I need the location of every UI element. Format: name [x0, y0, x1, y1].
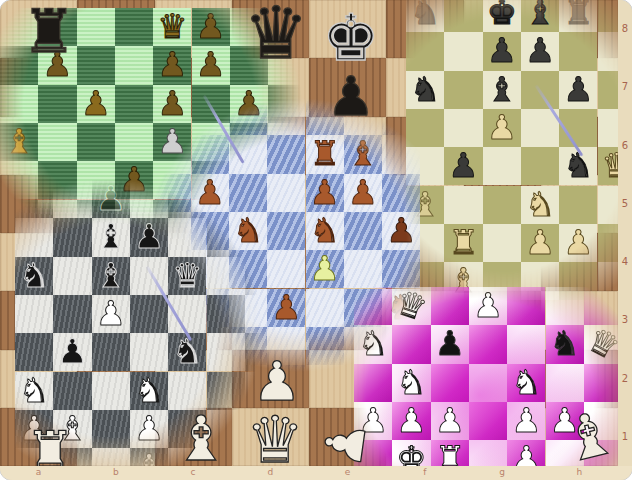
blue-board-square	[344, 97, 382, 135]
file-label: d	[262, 467, 278, 480]
blue-board-square	[114, 135, 152, 173]
gray-board-square	[92, 410, 130, 448]
gray-board-square	[130, 180, 168, 218]
file-labels-strip	[0, 466, 632, 480]
pink-board-square	[584, 325, 622, 363]
green-board-square	[0, 8, 38, 46]
pink-board-square	[469, 287, 507, 325]
gray-board-square	[130, 372, 168, 410]
file-label: a	[31, 467, 47, 480]
pink-theme-board: ♛♟♞♟♞♛♞♞♟♟♟♟♟♚♜♟	[354, 287, 632, 480]
blue-board-square	[382, 250, 420, 288]
olive-board-square	[483, 32, 521, 70]
pink-board-square	[431, 325, 469, 363]
blue-board-square	[344, 212, 382, 250]
pink-board-square	[584, 402, 622, 440]
rank-label: 6	[618, 140, 632, 151]
gray-board-square	[130, 333, 168, 371]
gray-board-square	[130, 410, 168, 448]
gray-board-square	[15, 333, 53, 371]
gray-board-square	[92, 333, 130, 371]
blue-board-square	[382, 97, 420, 135]
rank-label: 2	[618, 373, 632, 384]
olive-board-square	[521, 224, 559, 262]
olive-board-square	[483, 224, 521, 262]
screenshot-frame: ♛♟♟♟♟♟♟♟♝♟♟ ♞♚♝♜♟♟♞♝♟♟♟♞♛♝♞♜♟♟♝ ♜♝♟♟♟♞♞♟…	[0, 0, 632, 480]
gray-board-square	[130, 218, 168, 256]
olive-board-square	[521, 0, 559, 32]
pink-board-square	[546, 402, 584, 440]
gray-board-square	[92, 218, 130, 256]
pink-board-square	[392, 402, 430, 440]
green-board-square	[38, 8, 76, 46]
file-label: h	[571, 467, 587, 480]
gray-board-square	[168, 372, 206, 410]
gray-board-square	[207, 410, 245, 448]
gray-board-square	[207, 295, 245, 333]
gray-board-square	[53, 372, 91, 410]
gray-board-square	[207, 218, 245, 256]
olive-board-square	[444, 224, 482, 262]
pink-board-square	[354, 402, 392, 440]
gray-board-square	[92, 295, 130, 333]
gray-board-square	[92, 180, 130, 218]
blue-board-square	[152, 135, 190, 173]
green-board-square	[230, 46, 268, 84]
pink-board-square	[431, 402, 469, 440]
green-board-square	[0, 46, 38, 84]
olive-board-square	[483, 109, 521, 147]
green-board-square	[268, 8, 306, 46]
gray-board-square	[53, 295, 91, 333]
olive-board-square	[559, 71, 597, 109]
pink-board-square	[507, 287, 545, 325]
pink-board-square	[469, 325, 507, 363]
olive-board-square	[444, 71, 482, 109]
gray-board-square	[15, 295, 53, 333]
gray-board-square	[245, 295, 283, 333]
rank-label: 7	[618, 81, 632, 92]
pink-board-square	[507, 364, 545, 402]
rank-label: 8	[618, 23, 632, 34]
pink-board-square	[354, 364, 392, 402]
green-board-square	[77, 46, 115, 84]
olive-board-square	[406, 0, 444, 32]
olive-board-square	[521, 147, 559, 185]
gray-board-square	[245, 257, 283, 295]
gray-board-square	[53, 257, 91, 295]
blue-board-square	[344, 174, 382, 212]
gray-board-square	[207, 180, 245, 218]
gray-board-square	[53, 333, 91, 371]
green-board-square	[192, 46, 230, 84]
green-board-square	[77, 8, 115, 46]
pink-board-square	[507, 325, 545, 363]
gray-board-square	[15, 410, 53, 448]
gray-board-square	[245, 333, 283, 371]
pink-board-square	[507, 402, 545, 440]
olive-board-square	[483, 147, 521, 185]
blue-board-square	[229, 135, 267, 173]
rank-label: 3	[618, 314, 632, 325]
pink-board-square	[584, 364, 622, 402]
gray-board-square	[283, 410, 321, 448]
rank-label: 1	[618, 431, 632, 442]
gray-board-square	[283, 218, 321, 256]
green-board-square	[153, 8, 191, 46]
olive-board-square	[444, 186, 482, 224]
green-board-square	[77, 85, 115, 123]
olive-board-square	[444, 0, 482, 32]
green-board-square	[38, 46, 76, 84]
green-board-square	[230, 8, 268, 46]
pink-board-square	[431, 287, 469, 325]
gray-board-square	[92, 257, 130, 295]
gray-board-square	[168, 180, 206, 218]
gray-board-square	[168, 257, 206, 295]
blue-board-square	[229, 97, 267, 135]
gray-board-square	[53, 218, 91, 256]
olive-board-square	[406, 32, 444, 70]
rank-labels-strip	[618, 0, 632, 480]
green-board-square	[38, 123, 76, 161]
gray-board-square	[283, 333, 321, 371]
pink-board-square	[546, 364, 584, 402]
gray-board-square	[245, 218, 283, 256]
gray-board-square	[245, 372, 283, 410]
olive-board-square	[483, 186, 521, 224]
green-board-square	[0, 123, 38, 161]
gray-board-square	[15, 180, 53, 218]
gray-board-square	[168, 218, 206, 256]
file-label: b	[108, 467, 124, 480]
pink-board-square	[469, 364, 507, 402]
gray-board-square	[245, 180, 283, 218]
olive-board-square	[444, 147, 482, 185]
blue-board-square	[382, 212, 420, 250]
gray-theme-board: ♟♝♟♞♝♛♟♟♞♞♞♟♝♟♝	[15, 180, 321, 480]
olive-board-square	[483, 0, 521, 32]
gray-board-square	[15, 218, 53, 256]
olive-board-square	[483, 71, 521, 109]
olive-board-square	[444, 32, 482, 70]
gray-board-square	[207, 257, 245, 295]
file-label: g	[494, 467, 510, 480]
gray-board-square	[283, 180, 321, 218]
blue-board-square	[306, 97, 344, 135]
blue-board-square	[344, 135, 382, 173]
file-label: e	[340, 467, 356, 480]
green-board-square	[38, 85, 76, 123]
blue-board-square	[114, 97, 152, 135]
gray-board-square	[207, 333, 245, 371]
green-board-square	[115, 8, 153, 46]
gray-board-square	[283, 295, 321, 333]
file-label: f	[417, 467, 433, 480]
blue-board-square	[267, 135, 305, 173]
gray-board-square	[168, 410, 206, 448]
main-board-square	[309, 0, 386, 58]
gray-board-square	[15, 257, 53, 295]
gray-board-square	[283, 257, 321, 295]
pink-board-square	[392, 287, 430, 325]
olive-board-square	[521, 186, 559, 224]
rank-label: 5	[618, 198, 632, 209]
gray-board-square	[53, 410, 91, 448]
pink-board-square	[354, 287, 392, 325]
green-board-square	[0, 85, 38, 123]
pink-board-square	[392, 325, 430, 363]
gray-board-square	[15, 372, 53, 410]
pink-board-square	[469, 402, 507, 440]
green-board-square	[115, 46, 153, 84]
gray-board-square	[53, 180, 91, 218]
blue-board-square	[191, 135, 229, 173]
pink-board-square	[431, 364, 469, 402]
blue-board-square	[267, 97, 305, 135]
olive-board-square	[444, 109, 482, 147]
olive-board-square	[559, 186, 597, 224]
rank-label: 4	[618, 256, 632, 267]
gray-board-square	[245, 410, 283, 448]
gray-board-square	[283, 372, 321, 410]
pink-board-square	[354, 325, 392, 363]
blue-board-square	[152, 97, 190, 135]
blue-board-square	[344, 250, 382, 288]
pink-board-square	[546, 325, 584, 363]
blue-board-square	[382, 135, 420, 173]
olive-theme-board: ♞♚♝♜♟♟♞♝♟♟♟♞♛♝♞♜♟♟♝	[406, 0, 632, 300]
file-label: c	[185, 467, 201, 480]
green-board-square	[77, 123, 115, 161]
blue-board-square	[306, 135, 344, 173]
pink-board-square	[546, 287, 584, 325]
gray-board-square	[207, 372, 245, 410]
green-board-square	[268, 46, 306, 84]
olive-board-square	[521, 32, 559, 70]
green-board-square	[153, 46, 191, 84]
gray-board-square	[92, 372, 130, 410]
olive-board-square	[559, 0, 597, 32]
blue-board-square	[382, 174, 420, 212]
olive-board-square	[559, 32, 597, 70]
pink-board-square	[584, 287, 622, 325]
green-board-square	[192, 8, 230, 46]
olive-board-square	[559, 224, 597, 262]
gray-board-square	[130, 295, 168, 333]
pink-board-square	[392, 364, 430, 402]
